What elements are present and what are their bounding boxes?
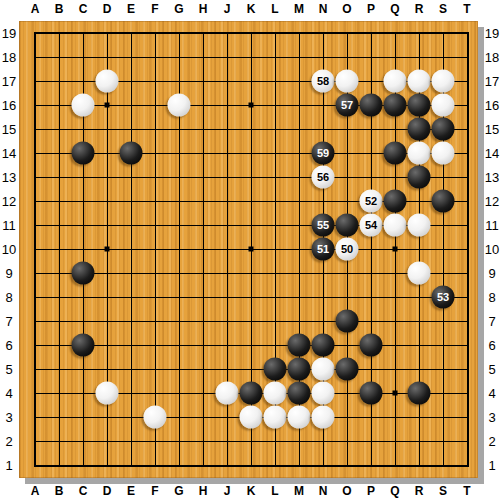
stone-white-K3 (240, 406, 263, 429)
coord-label-top-E: E (127, 2, 135, 16)
stone-black-C9 (72, 262, 95, 285)
stone-black-N6 (312, 334, 335, 357)
star-point-Q4 (393, 391, 398, 396)
coord-label-top-O: O (342, 2, 351, 16)
coord-label-left-19: 19 (2, 26, 16, 41)
stone-white-N5 (312, 358, 335, 381)
stone-black-S12 (432, 190, 455, 213)
move-number-54: 54 (360, 214, 383, 237)
star-point-Q10 (393, 247, 398, 252)
move-number-56: 56 (312, 166, 335, 189)
stone-black-R16 (408, 94, 431, 117)
coord-label-top-K: K (247, 2, 256, 16)
coord-label-right-12: 12 (485, 194, 499, 209)
stone-black-S15 (432, 118, 455, 141)
stone-white-L3 (264, 406, 287, 429)
stone-black-P6 (360, 334, 383, 357)
stone-black-Q14 (384, 142, 407, 165)
coord-label-top-H: H (199, 2, 208, 16)
coord-label-left-14: 14 (2, 146, 16, 161)
move-number-52: 52 (360, 190, 383, 213)
stone-black-M6 (288, 334, 311, 357)
move-number-53: 53 (432, 286, 455, 309)
coord-label-left-5: 5 (5, 362, 12, 377)
stone-black-Q16 (384, 94, 407, 117)
stone-black-E14 (120, 142, 143, 165)
stone-white-D4 (96, 382, 119, 405)
coord-label-top-P: P (367, 2, 375, 16)
coord-label-top-A: A (31, 2, 40, 16)
go-diagram: 58575956525554515053 AABBCCDDEEFFGGHHJJK… (0, 0, 500, 500)
coord-label-right-14: 14 (485, 146, 499, 161)
coord-label-left-17: 17 (2, 74, 16, 89)
coord-label-top-M: M (294, 2, 304, 16)
stone-white-S16 (432, 94, 455, 117)
star-point-K10 (249, 247, 254, 252)
stone-white-P11: 54 (360, 214, 383, 237)
coord-label-bottom-S: S (439, 484, 447, 498)
coord-label-left-7: 7 (5, 314, 12, 329)
coord-label-bottom-F: F (151, 484, 158, 498)
coord-label-bottom-J: J (224, 484, 231, 498)
stone-black-O5 (336, 358, 359, 381)
coord-label-right-9: 9 (488, 266, 495, 281)
coord-label-top-C: C (79, 2, 88, 16)
coord-label-right-13: 13 (485, 170, 499, 185)
coord-label-right-1: 1 (488, 458, 495, 473)
coord-label-left-18: 18 (2, 50, 16, 65)
stone-white-N17: 58 (312, 70, 335, 93)
coord-label-left-16: 16 (2, 98, 16, 113)
coord-label-top-G: G (174, 2, 183, 16)
coord-label-left-3: 3 (5, 410, 12, 425)
coord-label-right-8: 8 (488, 290, 495, 305)
coord-label-left-12: 12 (2, 194, 16, 209)
coord-label-left-1: 1 (5, 458, 12, 473)
coord-label-top-R: R (415, 2, 424, 16)
stone-black-O11 (336, 214, 359, 237)
stone-white-C16 (72, 94, 95, 117)
stone-black-R4 (408, 382, 431, 405)
coord-label-right-17: 17 (485, 74, 499, 89)
coord-label-bottom-H: H (199, 484, 208, 498)
coord-label-bottom-C: C (79, 484, 88, 498)
move-number-58: 58 (312, 70, 335, 93)
coord-label-bottom-E: E (127, 484, 135, 498)
coord-label-left-2: 2 (5, 434, 12, 449)
stone-black-P16 (360, 94, 383, 117)
stone-black-O16: 57 (336, 94, 359, 117)
move-number-59: 59 (312, 142, 335, 165)
coord-label-bottom-T: T (463, 484, 470, 498)
coord-label-right-16: 16 (485, 98, 499, 113)
coord-label-right-15: 15 (485, 122, 499, 137)
coord-label-top-T: T (463, 2, 470, 16)
stone-white-N4 (312, 382, 335, 405)
stone-white-O10: 50 (336, 238, 359, 261)
coord-label-top-J: J (224, 2, 231, 16)
coord-label-left-11: 11 (2, 218, 16, 233)
stone-white-F3 (144, 406, 167, 429)
coord-label-top-F: F (151, 2, 158, 16)
coord-label-right-2: 2 (488, 434, 495, 449)
stone-black-M4 (288, 382, 311, 405)
coord-label-right-10: 10 (485, 242, 499, 257)
stone-white-N3 (312, 406, 335, 429)
move-number-50: 50 (336, 238, 359, 261)
stone-black-L5 (264, 358, 287, 381)
coord-label-left-13: 13 (2, 170, 16, 185)
coord-label-right-4: 4 (488, 386, 495, 401)
coord-label-left-15: 15 (2, 122, 16, 137)
stone-black-R15 (408, 118, 431, 141)
coord-label-bottom-L: L (271, 484, 278, 498)
stone-white-R14 (408, 142, 431, 165)
star-point-D16 (105, 103, 110, 108)
coord-label-top-L: L (271, 2, 278, 16)
stone-black-Q12 (384, 190, 407, 213)
coord-label-right-3: 3 (488, 410, 495, 425)
coord-label-top-B: B (55, 2, 64, 16)
coord-label-bottom-P: P (367, 484, 375, 498)
coord-label-bottom-B: B (55, 484, 64, 498)
stone-white-Q17 (384, 70, 407, 93)
move-number-51: 51 (312, 238, 335, 261)
goban[interactable]: 58575956525554515053 (19, 21, 478, 478)
stone-white-L4 (264, 382, 287, 405)
stone-white-R11 (408, 214, 431, 237)
stone-black-O7 (336, 310, 359, 333)
coord-label-left-10: 10 (2, 242, 16, 257)
stone-black-N10: 51 (312, 238, 335, 261)
coord-label-right-11: 11 (485, 218, 499, 233)
stone-white-Q11 (384, 214, 407, 237)
coord-label-bottom-D: D (103, 484, 112, 498)
stone-white-O17 (336, 70, 359, 93)
stone-black-S8: 53 (432, 286, 455, 309)
stone-black-R13 (408, 166, 431, 189)
coord-label-right-7: 7 (488, 314, 495, 329)
move-number-55: 55 (312, 214, 335, 237)
coord-label-bottom-Q: Q (390, 484, 399, 498)
stone-black-K4 (240, 382, 263, 405)
stone-white-J4 (216, 382, 239, 405)
star-point-D10 (105, 247, 110, 252)
stone-black-N11: 55 (312, 214, 335, 237)
coord-label-left-6: 6 (5, 338, 12, 353)
coord-label-bottom-G: G (174, 484, 183, 498)
stone-white-R17 (408, 70, 431, 93)
stone-white-S14 (432, 142, 455, 165)
coord-label-left-9: 9 (5, 266, 12, 281)
stone-white-R9 (408, 262, 431, 285)
stone-black-C6 (72, 334, 95, 357)
stone-black-C14 (72, 142, 95, 165)
coord-label-bottom-M: M (294, 484, 304, 498)
coord-label-top-D: D (103, 2, 112, 16)
coord-label-bottom-A: A (31, 484, 40, 498)
coord-label-bottom-K: K (247, 484, 256, 498)
coord-label-bottom-N: N (319, 484, 328, 498)
coord-label-top-Q: Q (390, 2, 399, 16)
coord-label-left-8: 8 (5, 290, 12, 305)
coord-label-top-S: S (439, 2, 447, 16)
stone-white-G16 (168, 94, 191, 117)
stone-white-N13: 56 (312, 166, 335, 189)
coord-label-bottom-R: R (415, 484, 424, 498)
stone-black-P4 (360, 382, 383, 405)
stone-white-D17 (96, 70, 119, 93)
stone-white-P12: 52 (360, 190, 383, 213)
coord-label-top-N: N (319, 2, 328, 16)
coord-label-right-18: 18 (485, 50, 499, 65)
move-number-57: 57 (336, 94, 359, 117)
coord-label-right-6: 6 (488, 338, 495, 353)
coord-label-right-19: 19 (485, 26, 499, 41)
stone-white-S17 (432, 70, 455, 93)
stone-black-N14: 59 (312, 142, 335, 165)
coord-label-right-5: 5 (488, 362, 495, 377)
coord-label-left-4: 4 (5, 386, 12, 401)
stone-white-M3 (288, 406, 311, 429)
star-point-K16 (249, 103, 254, 108)
stone-black-M5 (288, 358, 311, 381)
coord-label-bottom-O: O (342, 484, 351, 498)
